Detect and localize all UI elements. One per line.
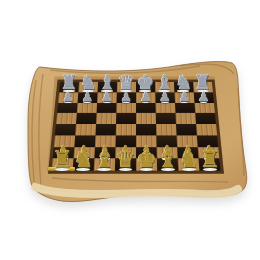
square-h3: [197, 135, 218, 146]
square-f4: [156, 124, 177, 135]
square-h2: [198, 147, 220, 159]
square-e8: [136, 82, 155, 92]
square-d3: [115, 135, 136, 146]
square-b2: [73, 147, 94, 159]
square-g2: [177, 147, 198, 159]
square-b5: [76, 113, 97, 124]
square-f6: [155, 102, 175, 113]
square-b7: [78, 92, 98, 102]
square-e1: [136, 159, 157, 171]
square-e6: [136, 102, 156, 113]
square-c5: [96, 113, 116, 124]
square-d2: [115, 147, 136, 159]
square-d6: [116, 102, 136, 113]
square-h5: [195, 113, 216, 124]
square-b8: [78, 82, 98, 92]
product-photo-stage: ♜♞♝♛♚♝♞♜♟♟♟♟♟♟♟♟♟♟♟♟♟♟♟♟♜♞♝♛♚♝♞♜: [0, 0, 260, 260]
square-f1: [157, 159, 178, 171]
square-h4: [196, 124, 217, 135]
square-h7: [194, 92, 214, 102]
square-h8: [193, 82, 213, 92]
square-a7: [58, 92, 78, 102]
square-c1: [94, 159, 115, 171]
square-b4: [75, 124, 96, 135]
square-d4: [116, 124, 136, 135]
square-b1: [73, 159, 95, 171]
square-g5: [175, 113, 196, 124]
square-f8: [155, 82, 174, 92]
square-g8: [174, 82, 194, 92]
square-e3: [136, 135, 157, 146]
square-a6: [57, 102, 78, 113]
square-g6: [175, 102, 195, 113]
square-c3: [95, 135, 116, 146]
chess-board: [48, 80, 224, 174]
square-g7: [174, 92, 194, 102]
square-c8: [98, 82, 117, 92]
square-f5: [156, 113, 176, 124]
square-a8: [59, 82, 79, 92]
square-c4: [95, 124, 116, 135]
square-e5: [136, 113, 156, 124]
square-c2: [94, 147, 115, 159]
square-a4: [55, 124, 76, 135]
square-e4: [136, 124, 156, 135]
square-b3: [74, 135, 95, 146]
brass-hinge: [48, 167, 75, 171]
square-f2: [157, 147, 178, 159]
square-d8: [117, 82, 136, 92]
square-a3: [54, 135, 75, 146]
square-h1: [199, 159, 221, 171]
square-b6: [77, 102, 97, 113]
square-g3: [177, 135, 198, 146]
square-g1: [178, 159, 200, 171]
square-e7: [136, 92, 155, 102]
square-g4: [176, 124, 197, 135]
square-a2: [53, 147, 75, 159]
square-d5: [116, 113, 136, 124]
square-c6: [97, 102, 117, 113]
square-f3: [156, 135, 177, 146]
square-d1: [115, 159, 136, 171]
square-d7: [117, 92, 136, 102]
square-f7: [155, 92, 175, 102]
square-c7: [97, 92, 117, 102]
square-e2: [136, 147, 157, 159]
square-h6: [194, 102, 215, 113]
square-a5: [56, 113, 77, 124]
